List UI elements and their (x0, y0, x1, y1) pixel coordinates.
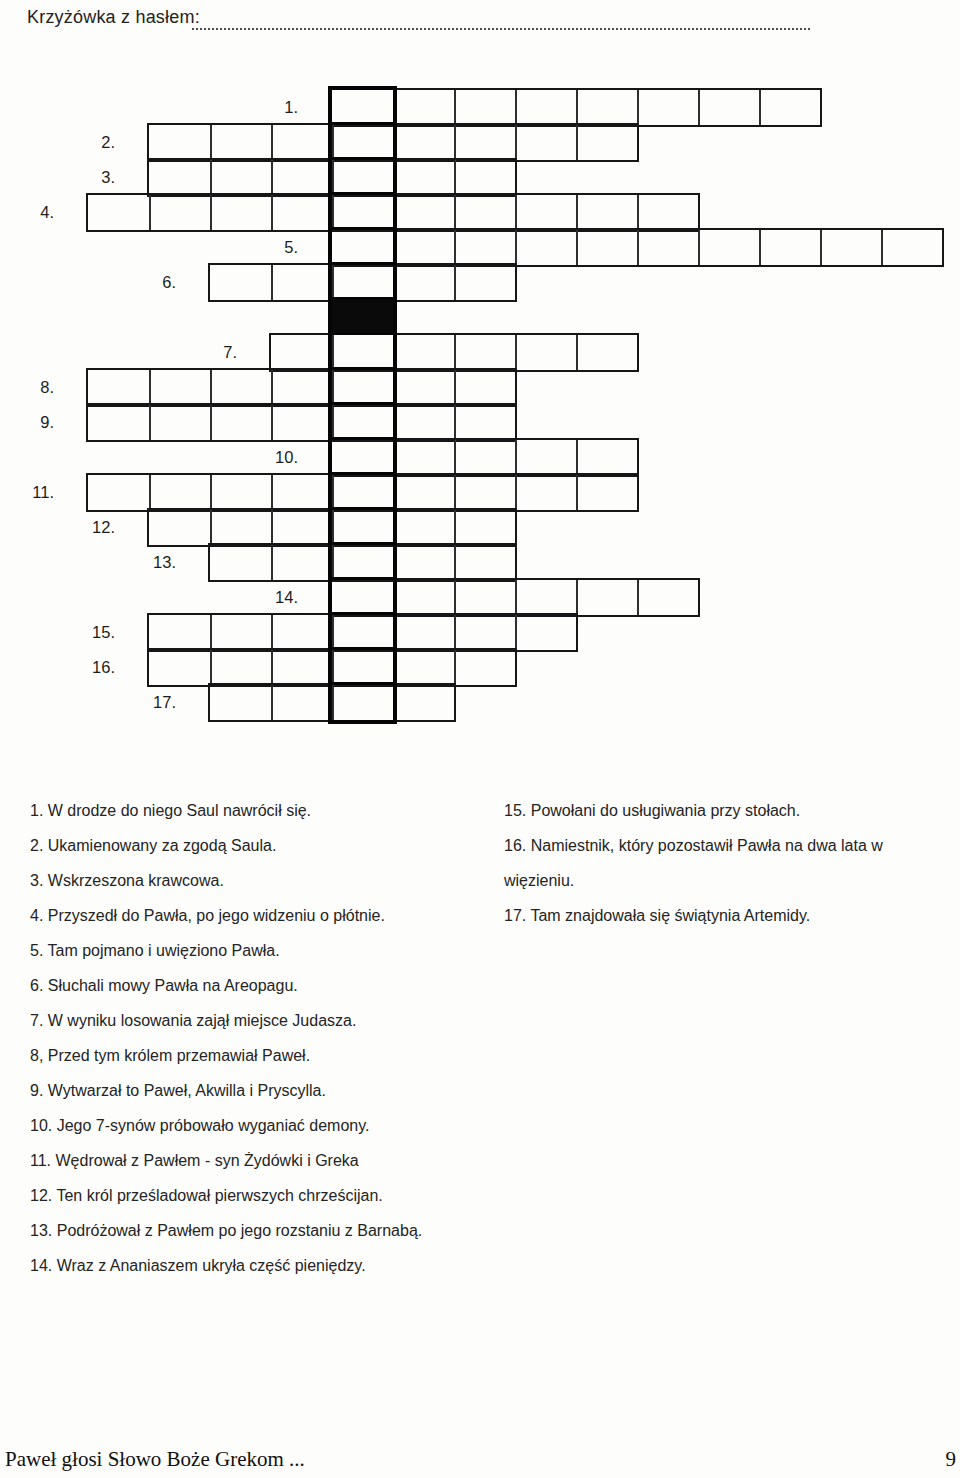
grid-cell-r4-c2[interactable] (149, 195, 210, 230)
grid-cell-r3-c4[interactable] (271, 160, 332, 195)
grid-cell-r2-c8[interactable] (515, 125, 576, 160)
grid-cell-r14-c4[interactable] (271, 545, 332, 580)
keyword-cell-r9[interactable] (332, 370, 393, 405)
clue-number: 5. (30, 942, 43, 959)
grid-cell-r17-c4[interactable] (271, 650, 332, 685)
clue-item-17: 17. Tam znajdowała się świątynia Artemid… (504, 898, 889, 933)
clue-text: Wraz z Ananiaszem ukryła część pieniędzy… (57, 1257, 366, 1274)
clue-text: Słuchali mowy Pawła na Areopagu. (48, 977, 298, 994)
clue-number: 4. (30, 907, 43, 924)
grid-cell-r5-c14[interactable] (881, 230, 942, 265)
grid-cell-r18-c4[interactable] (271, 685, 332, 720)
grid-cell-r10-c2[interactable] (149, 405, 210, 440)
grid-cell-r2-c7[interactable] (454, 125, 515, 160)
grid-cell-r17-c6[interactable] (393, 650, 454, 685)
grid-cell-r14-c6[interactable] (393, 545, 454, 580)
grid-cell-r12-c3[interactable] (210, 475, 271, 510)
grid-cell-r4-c4[interactable] (271, 195, 332, 230)
grid-cell-r3-c2[interactable] (149, 160, 210, 195)
keyword-cell-r4[interactable] (332, 195, 393, 230)
row-number-label-10: 10. (243, 440, 298, 475)
clue-item-12: 12. Ten król prześladował pierwszych chr… (30, 1178, 500, 1213)
grid-cell-r5-c13[interactable] (820, 230, 881, 265)
page-footer: Paweł głosi Słowo Boże Grekom ... 9 (0, 1447, 960, 1475)
keyword-cell-r14[interactable] (332, 545, 393, 580)
grid-cell-r11-c9[interactable] (576, 440, 637, 475)
grid-cell-r2-c4[interactable] (271, 125, 332, 160)
clue-number: 10. (30, 1117, 52, 1134)
row-number-label-6: 6. (121, 265, 176, 300)
row-number-label-15: 15. (60, 615, 115, 650)
grid-cell-r11-c7[interactable] (454, 440, 515, 475)
grid-cell-r9-c2[interactable] (149, 370, 210, 405)
clue-number: 13. (30, 1222, 52, 1239)
clue-item-6: 6. Słuchali mowy Pawła na Areopagu. (30, 968, 500, 1003)
grid-cell-r12-c2[interactable] (149, 475, 210, 510)
keyword-cell-r12[interactable] (332, 475, 393, 510)
clue-text: Ukamienowany za zgodą Saula. (48, 837, 277, 854)
clue-item-9: 9. Wytwarzał to Paweł, Akwilla i Pryscyl… (30, 1073, 500, 1108)
clue-item-5: 5. Tam pojmano i uwięziono Pawła. (30, 933, 500, 968)
crossword-row-1 (330, 88, 822, 127)
grid-cell-r4-c9[interactable] (576, 195, 637, 230)
clue-item-4: 4. Przyszedł do Pawła, po jego widzeniu … (30, 898, 500, 933)
grid-cell-r12-c4[interactable] (271, 475, 332, 510)
row-number-label-4: 4. (0, 195, 54, 230)
grid-cell-r12-c6[interactable] (393, 475, 454, 510)
grid-cell-r18-c3[interactable] (210, 685, 271, 720)
footer-caption: Paweł głosi Słowo Boże Grekom ... (5, 1447, 305, 1472)
grid-cell-r5-c9[interactable] (576, 230, 637, 265)
grid-cell-r4-c7[interactable] (454, 195, 515, 230)
clue-item-16: 16. Namiestnik, który pozostawił Pawła n… (504, 828, 889, 898)
grid-cell-r10-c4[interactable] (271, 405, 332, 440)
clue-number: 8, (30, 1047, 43, 1064)
clue-text: Ten król prześladował pierwszych chrześc… (56, 1187, 382, 1204)
grid-cell-r15-c8[interactable] (515, 580, 576, 615)
grid-cell-r3-c6[interactable] (393, 160, 454, 195)
grid-cell-r5-c8[interactable] (515, 230, 576, 265)
keyword-cell-r10[interactable] (332, 405, 393, 440)
grid-cell-r4-c3[interactable] (210, 195, 271, 230)
clue-text: Wskrzeszona krawcowa. (48, 872, 224, 889)
grid-cell-r17-c3[interactable] (210, 650, 271, 685)
clue-number: 7. (30, 1012, 43, 1029)
grid-cell-r5-c11[interactable] (698, 230, 759, 265)
grid-cell-r1-c9[interactable] (576, 90, 637, 125)
row-number-label-14: 14. (243, 580, 298, 615)
grid-cell-r5-c12[interactable] (759, 230, 820, 265)
clue-text: Jego 7-synów próbowało wyganiać demony. (57, 1117, 370, 1134)
grid-cell-r8-c4[interactable] (271, 335, 332, 370)
grid-cell-r4-c1[interactable] (88, 195, 149, 230)
clue-number: 1. (30, 802, 43, 819)
grid-cell-r15-c10[interactable] (637, 580, 698, 615)
row-number-label-12: 12. (60, 510, 115, 545)
grid-cell-r10-c3[interactable] (210, 405, 271, 440)
grid-cell-r2-c2[interactable] (149, 125, 210, 160)
grid-cell-r1-c11[interactable] (698, 90, 759, 125)
clue-number: 15. (504, 802, 526, 819)
crossword-row-5 (330, 228, 944, 267)
grid-cell-r1-c10[interactable] (637, 90, 698, 125)
clue-text: Namiestnik, który pozostawił Pawła na dw… (504, 837, 883, 889)
grid-cell-r5-c10[interactable] (637, 230, 698, 265)
clue-number: 12. (30, 1187, 52, 1204)
clue-text: Powołani do usługiwania przy stołach. (531, 802, 800, 819)
scanned-crossword-page: Krzyżówka z hasłem: 1.2.3.4.5.6.7.8.9.10… (0, 0, 960, 1478)
keyword-cell-r13[interactable] (332, 510, 393, 545)
grid-cell-r6-c3[interactable] (210, 265, 271, 300)
grid-cell-r13-c3[interactable] (210, 510, 271, 545)
keyword-cell-r5[interactable] (332, 230, 393, 265)
grid-cell-r14-c7[interactable] (454, 545, 515, 580)
grid-cell-r8-c9[interactable] (576, 335, 637, 370)
keyword-cell-r1[interactable] (332, 90, 393, 125)
grid-cell-r2-c6[interactable] (393, 125, 454, 160)
clue-item-1: 1. W drodze do niego Saul nawrócił się. (30, 793, 500, 828)
clue-text: Wędrował z Pawłem - syn Żydówki i Greka (56, 1152, 359, 1169)
grid-cell-r16-c7[interactable] (454, 615, 515, 650)
grid-cell-r15-c9[interactable] (576, 580, 637, 615)
black-separator-cell (332, 300, 393, 335)
grid-cell-r16-c6[interactable] (393, 615, 454, 650)
keyword-cell-r17[interactable] (332, 650, 393, 685)
grid-cell-r10-c1[interactable] (88, 405, 149, 440)
grid-cell-r15-c6[interactable] (393, 580, 454, 615)
grid-cell-r17-c2[interactable] (149, 650, 210, 685)
clue-text: Tam znajdowała się świątynia Artemidy. (530, 907, 810, 924)
row-number-label-11: 11. (0, 475, 54, 510)
crossword-grid: 1.2.3.4.5.6.7.8.9.10.11.12.13.14.15.16.1… (0, 0, 960, 760)
grid-cell-r12-c7[interactable] (454, 475, 515, 510)
clue-text: Przed tym królem przemawiał Paweł. (48, 1047, 310, 1064)
grid-cell-r6-c7[interactable] (454, 265, 515, 300)
grid-cell-r10-c6[interactable] (393, 405, 454, 440)
clue-number: 17. (504, 907, 526, 924)
grid-cell-r3-c7[interactable] (454, 160, 515, 195)
grid-cell-r13-c2[interactable] (149, 510, 210, 545)
clue-item-13: 13. Podróżował z Pawłem po jego rozstani… (30, 1213, 500, 1248)
grid-cell-r10-c7[interactable] (454, 405, 515, 440)
clue-item-8: 8, Przed tym królem przemawiał Paweł. (30, 1038, 500, 1073)
grid-cell-r16-c4[interactable] (271, 615, 332, 650)
grid-cell-r11-c6[interactable] (393, 440, 454, 475)
grid-cell-r12-c1[interactable] (88, 475, 149, 510)
grid-cell-r16-c8[interactable] (515, 615, 576, 650)
grid-cell-r2-c9[interactable] (576, 125, 637, 160)
row-number-label-2: 2. (60, 125, 115, 160)
keyword-cell-r11[interactable] (332, 440, 393, 475)
row-number-label-5: 5. (243, 230, 298, 265)
grid-cell-r6-c4[interactable] (271, 265, 332, 300)
clue-number: 6. (30, 977, 43, 994)
row-number-label-7: 7. (182, 335, 237, 370)
grid-cell-r8-c6[interactable] (393, 335, 454, 370)
grid-cell-r1-c7[interactable] (454, 90, 515, 125)
keyword-cell-r3[interactable] (332, 160, 393, 195)
clue-text: Przyszedł do Pawła, po jego widzeniu o p… (48, 907, 385, 924)
clue-item-11: 11. Wędrował z Pawłem - syn Żydówki i Gr… (30, 1143, 500, 1178)
clues-column-right: 15. Powołani do usługiwania przy stołach… (504, 793, 889, 933)
crossword-row-9 (86, 403, 517, 442)
row-number-label-3: 3. (60, 160, 115, 195)
page-number: 9 (946, 1447, 957, 1472)
clue-number: 3. (30, 872, 43, 889)
crossword-row-7 (269, 333, 639, 372)
grid-cell-r15-c7[interactable] (454, 580, 515, 615)
clue-number: 9. (30, 1082, 43, 1099)
crossword-row-8 (86, 368, 517, 407)
grid-cell-r13-c6[interactable] (393, 510, 454, 545)
grid-cell-r11-c8[interactable] (515, 440, 576, 475)
clue-text: W wyniku losowania zajął miejsce Judasza… (48, 1012, 357, 1029)
grid-cell-r14-c3[interactable] (210, 545, 271, 580)
keyword-cell-r18[interactable] (332, 685, 393, 720)
grid-cell-r5-c6[interactable] (393, 230, 454, 265)
clue-number: 2. (30, 837, 43, 854)
grid-cell-r9-c1[interactable] (88, 370, 149, 405)
clue-item-15: 15. Powołani do usługiwania przy stołach… (504, 793, 889, 828)
keyword-column (328, 86, 397, 724)
grid-cell-r16-c2[interactable] (149, 615, 210, 650)
clue-number: 11. (30, 1152, 51, 1169)
grid-cell-r9-c4[interactable] (271, 370, 332, 405)
grid-cell-r8-c7[interactable] (454, 335, 515, 370)
row-number-label-8: 8. (0, 370, 54, 405)
row-number-label-13: 13. (121, 545, 176, 580)
clue-item-10: 10. Jego 7-synów próbowało wyganiać demo… (30, 1108, 500, 1143)
grid-cell-r13-c4[interactable] (271, 510, 332, 545)
keyword-cell-r15[interactable] (332, 580, 393, 615)
grid-cell-r9-c3[interactable] (210, 370, 271, 405)
grid-cell-r16-c3[interactable] (210, 615, 271, 650)
grid-cell-r5-c7[interactable] (454, 230, 515, 265)
grid-cell-r8-c8[interactable] (515, 335, 576, 370)
grid-cell-r4-c6[interactable] (393, 195, 454, 230)
clue-item-2: 2. Ukamienowany za zgodą Saula. (30, 828, 500, 863)
row-number-label-16: 16. (60, 650, 115, 685)
clue-item-3: 3. Wskrzeszona krawcowa. (30, 863, 500, 898)
grid-cell-r4-c10[interactable] (637, 195, 698, 230)
row-number-label-9: 9. (0, 405, 54, 440)
grid-cell-r18-c6[interactable] (393, 685, 454, 720)
grid-cell-r12-c8[interactable] (515, 475, 576, 510)
grid-cell-r1-c8[interactable] (515, 90, 576, 125)
clue-text: Podróżował z Pawłem po jego rozstaniu z … (57, 1222, 423, 1239)
keyword-cell-r8[interactable] (332, 335, 393, 370)
clue-number: 16. (504, 837, 526, 854)
row-number-label-17: 17. (121, 685, 176, 720)
keyword-cell-r6[interactable] (332, 265, 393, 300)
grid-cell-r2-c3[interactable] (210, 125, 271, 160)
clue-item-14: 14. Wraz z Ananiaszem ukryła część pieni… (30, 1248, 500, 1283)
clue-text: Wytwarzał to Paweł, Akwilla i Pryscylla. (48, 1082, 326, 1099)
grid-cell-r1-c12[interactable] (759, 90, 820, 125)
grid-cell-r9-c7[interactable] (454, 370, 515, 405)
clue-number: 14. (30, 1257, 52, 1274)
grid-cell-r12-c9[interactable] (576, 475, 637, 510)
keyword-cell-r2[interactable] (332, 125, 393, 160)
keyword-cell-r16[interactable] (332, 615, 393, 650)
grid-cell-r9-c6[interactable] (393, 370, 454, 405)
clue-text: Tam pojmano i uwięziono Pawła. (48, 942, 280, 959)
grid-cell-r17-c7[interactable] (454, 650, 515, 685)
grid-cell-r3-c3[interactable] (210, 160, 271, 195)
clue-text: W drodze do niego Saul nawrócił się. (48, 802, 311, 819)
grid-cell-r13-c7[interactable] (454, 510, 515, 545)
clue-item-7: 7. W wyniku losowania zajął miejsce Juda… (30, 1003, 500, 1038)
clues-column-left: 1. W drodze do niego Saul nawrócił się.2… (30, 793, 500, 1283)
row-number-label-1: 1. (243, 90, 298, 125)
grid-cell-r6-c6[interactable] (393, 265, 454, 300)
grid-cell-r1-c6[interactable] (393, 90, 454, 125)
grid-cell-r4-c8[interactable] (515, 195, 576, 230)
